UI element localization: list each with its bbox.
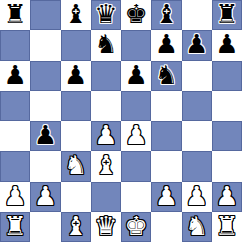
square-f5[interactable]: [151, 91, 181, 121]
black-bishop-c8[interactable]: ♝: [64, 1, 87, 27]
square-h4[interactable]: [212, 121, 242, 151]
white-queen-d1[interactable]: ♛: [94, 213, 117, 239]
white-king-e1[interactable]: ♚: [124, 213, 147, 239]
square-h6[interactable]: [212, 61, 242, 91]
black-pawn-c6[interactable]: ♟: [64, 62, 87, 88]
black-pawn-a6[interactable]: ♟: [3, 62, 26, 88]
white-pawn-d4[interactable]: ♟: [94, 122, 117, 148]
square-d2[interactable]: [91, 182, 121, 212]
square-f6[interactable]: ♞: [151, 61, 181, 91]
square-b3[interactable]: [30, 151, 60, 181]
square-f1[interactable]: [151, 212, 181, 242]
square-e5[interactable]: [121, 91, 151, 121]
square-a8[interactable]: ♜: [0, 0, 30, 30]
square-b8[interactable]: [30, 0, 60, 30]
square-d3[interactable]: ♝: [91, 151, 121, 181]
square-c7[interactable]: [61, 30, 91, 60]
square-b1[interactable]: [30, 212, 60, 242]
square-e7[interactable]: [121, 30, 151, 60]
square-d6[interactable]: [91, 61, 121, 91]
square-b7[interactable]: [30, 30, 60, 60]
square-e1[interactable]: ♚: [121, 212, 151, 242]
white-bishop-c1[interactable]: ♝: [64, 213, 87, 239]
square-f4[interactable]: [151, 121, 181, 151]
square-h7[interactable]: ♟: [212, 30, 242, 60]
square-b5[interactable]: [30, 91, 60, 121]
square-f2[interactable]: ♟: [151, 182, 181, 212]
square-g8[interactable]: [182, 0, 212, 30]
square-b2[interactable]: ♟: [30, 182, 60, 212]
square-g6[interactable]: [182, 61, 212, 91]
square-f3[interactable]: [151, 151, 181, 181]
square-h3[interactable]: [212, 151, 242, 181]
square-h1[interactable]: ♜: [212, 212, 242, 242]
square-a4[interactable]: [0, 121, 30, 151]
square-e6[interactable]: ♟: [121, 61, 151, 91]
square-g3[interactable]: [182, 151, 212, 181]
square-c2[interactable]: [61, 182, 91, 212]
white-pawn-a2[interactable]: ♟: [3, 183, 26, 209]
square-d7[interactable]: ♞: [91, 30, 121, 60]
square-c8[interactable]: ♝: [61, 0, 91, 30]
square-a2[interactable]: ♟: [0, 182, 30, 212]
black-knight-f6[interactable]: ♞: [155, 62, 178, 88]
square-f8[interactable]: ♝: [151, 0, 181, 30]
square-c6[interactable]: ♟: [61, 61, 91, 91]
square-a6[interactable]: ♟: [0, 61, 30, 91]
white-knight-g1[interactable]: ♞: [185, 213, 208, 239]
black-king-e8[interactable]: ♚: [124, 1, 147, 27]
square-g2[interactable]: ♟: [182, 182, 212, 212]
square-a1[interactable]: ♜: [0, 212, 30, 242]
square-c1[interactable]: ♝: [61, 212, 91, 242]
square-e3[interactable]: [121, 151, 151, 181]
white-pawn-e4[interactable]: ♟: [124, 122, 147, 148]
square-e8[interactable]: ♚: [121, 0, 151, 30]
white-rook-h1[interactable]: ♜: [215, 213, 238, 239]
black-rook-h8[interactable]: ♜: [215, 1, 238, 27]
square-h5[interactable]: [212, 91, 242, 121]
square-h8[interactable]: ♜: [212, 0, 242, 30]
square-b4[interactable]: ♟: [30, 121, 60, 151]
square-d8[interactable]: ♛: [91, 0, 121, 30]
square-a3[interactable]: [0, 151, 30, 181]
square-c3[interactable]: ♞: [61, 151, 91, 181]
square-g4[interactable]: [182, 121, 212, 151]
square-c4[interactable]: [61, 121, 91, 151]
black-queen-d8[interactable]: ♛: [94, 1, 117, 27]
square-b6[interactable]: [30, 61, 60, 91]
square-c5[interactable]: [61, 91, 91, 121]
square-h2[interactable]: ♟: [212, 182, 242, 212]
black-pawn-g7[interactable]: ♟: [185, 31, 208, 57]
square-g5[interactable]: [182, 91, 212, 121]
square-d5[interactable]: [91, 91, 121, 121]
white-pawn-b2[interactable]: ♟: [34, 183, 57, 209]
square-e4[interactable]: ♟: [121, 121, 151, 151]
white-pawn-f2[interactable]: ♟: [155, 183, 178, 209]
square-g1[interactable]: ♞: [182, 212, 212, 242]
chess-board: ♜♝♛♚♝♜♞♟♟♟♟♟♟♞♟♟♟♞♝♟♟♟♟♟♜♝♛♚♞♜: [0, 0, 242, 242]
black-pawn-h7[interactable]: ♟: [215, 31, 238, 57]
square-g7[interactable]: ♟: [182, 30, 212, 60]
black-pawn-e6[interactable]: ♟: [124, 62, 147, 88]
square-d4[interactable]: ♟: [91, 121, 121, 151]
white-knight-c3[interactable]: ♞: [64, 152, 87, 178]
square-a5[interactable]: [0, 91, 30, 121]
white-pawn-g2[interactable]: ♟: [185, 183, 208, 209]
black-rook-a8[interactable]: ♜: [3, 1, 26, 27]
square-a7[interactable]: [0, 30, 30, 60]
white-rook-a1[interactable]: ♜: [3, 213, 26, 239]
square-e2[interactable]: [121, 182, 151, 212]
black-bishop-f8[interactable]: ♝: [155, 1, 178, 27]
black-pawn-b4[interactable]: ♟: [34, 122, 57, 148]
black-pawn-f7[interactable]: ♟: [155, 31, 178, 57]
white-bishop-d3[interactable]: ♝: [94, 152, 117, 178]
square-f7[interactable]: ♟: [151, 30, 181, 60]
black-knight-d7[interactable]: ♞: [94, 31, 117, 57]
white-pawn-h2[interactable]: ♟: [215, 183, 238, 209]
square-d1[interactable]: ♛: [91, 212, 121, 242]
